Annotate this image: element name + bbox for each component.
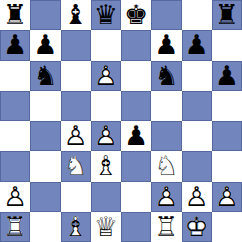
piece-outline: ♙ (94, 61, 118, 91)
piece-outline: ♔ (185, 212, 209, 242)
square-h1[interactable] (212, 212, 242, 242)
square-f6[interactable]: ♞ (151, 61, 181, 91)
piece-white-knight[interactable]: ♞♘ (64, 151, 88, 181)
square-a2[interactable]: ♟♙ (0, 182, 30, 212)
piece-white-queen[interactable]: ♛♕ (94, 212, 118, 242)
piece-black-pawn[interactable]: ♟ (215, 61, 239, 91)
square-c3[interactable]: ♞♘ (61, 151, 91, 181)
piece-outline: ♘ (64, 151, 88, 181)
square-d2[interactable] (91, 182, 121, 212)
square-d1[interactable]: ♛♕ (91, 212, 121, 242)
piece-outline: ♙ (215, 182, 239, 212)
square-h7[interactable] (212, 30, 242, 60)
square-e5[interactable] (121, 91, 151, 121)
square-d4[interactable]: ♟♙ (91, 121, 121, 151)
piece-outline: ♖ (3, 212, 27, 242)
square-g6[interactable] (182, 61, 212, 91)
square-f2[interactable]: ♟♙ (151, 182, 181, 212)
square-h5[interactable] (212, 91, 242, 121)
square-d7[interactable] (91, 30, 121, 60)
piece-black-bishop[interactable]: ♝ (64, 0, 88, 30)
square-f5[interactable] (151, 91, 181, 121)
square-f3[interactable]: ♞♘ (151, 151, 181, 181)
square-g8[interactable] (182, 0, 212, 30)
piece-white-pawn[interactable]: ♟♙ (64, 121, 88, 151)
square-h3[interactable] (212, 151, 242, 181)
square-e4[interactable]: ♟ (121, 121, 151, 151)
piece-outline: ♕ (94, 212, 118, 242)
square-e7[interactable] (121, 30, 151, 60)
piece-black-queen[interactable]: ♛ (94, 0, 118, 30)
square-f7[interactable]: ♟ (151, 30, 181, 60)
piece-black-pawn[interactable]: ♟ (3, 30, 27, 60)
piece-outline: ♙ (154, 182, 178, 212)
square-c8[interactable]: ♝ (61, 0, 91, 30)
square-c6[interactable] (61, 61, 91, 91)
square-h6[interactable]: ♟ (212, 61, 242, 91)
piece-black-pawn[interactable]: ♟ (154, 30, 178, 60)
piece-outline: ♙ (185, 182, 209, 212)
piece-white-rook[interactable]: ♜♖ (3, 212, 27, 242)
square-h4[interactable] (212, 121, 242, 151)
square-b1[interactable] (30, 212, 60, 242)
square-b4[interactable] (30, 121, 60, 151)
square-e1[interactable] (121, 212, 151, 242)
piece-black-king[interactable]: ♚ (124, 0, 148, 30)
square-d3[interactable]: ♝♗ (91, 151, 121, 181)
square-g2[interactable]: ♟♙ (182, 182, 212, 212)
piece-outline: ♘ (154, 151, 178, 181)
square-a4[interactable] (0, 121, 30, 151)
piece-outline: ♙ (64, 121, 88, 151)
square-a7[interactable]: ♟ (0, 30, 30, 60)
piece-white-king[interactable]: ♚♔ (185, 212, 209, 242)
piece-white-pawn[interactable]: ♟♙ (3, 182, 27, 212)
square-g4[interactable] (182, 121, 212, 151)
piece-outline: ♗ (94, 151, 118, 181)
piece-white-pawn[interactable]: ♟♙ (215, 182, 239, 212)
piece-black-pawn[interactable]: ♟ (33, 30, 57, 60)
square-e6[interactable] (121, 61, 151, 91)
square-c4[interactable]: ♟♙ (61, 121, 91, 151)
square-g7[interactable]: ♟ (182, 30, 212, 60)
square-c5[interactable] (61, 91, 91, 121)
square-f8[interactable] (151, 0, 181, 30)
square-d5[interactable] (91, 91, 121, 121)
piece-white-knight[interactable]: ♞♘ (154, 151, 178, 181)
square-f4[interactable] (151, 121, 181, 151)
square-g3[interactable] (182, 151, 212, 181)
square-a1[interactable]: ♜♖ (0, 212, 30, 242)
square-e2[interactable] (121, 182, 151, 212)
piece-black-knight[interactable]: ♞ (33, 61, 57, 91)
piece-white-pawn[interactable]: ♟♙ (185, 182, 209, 212)
piece-white-pawn[interactable]: ♟♙ (94, 121, 118, 151)
piece-outline: ♖ (154, 212, 178, 242)
square-g1[interactable]: ♚♔ (182, 212, 212, 242)
square-b6[interactable]: ♞ (30, 61, 60, 91)
square-b8[interactable] (30, 0, 60, 30)
piece-black-pawn[interactable]: ♟ (124, 121, 148, 151)
piece-black-rook[interactable]: ♜ (215, 0, 239, 30)
square-e8[interactable]: ♚ (121, 0, 151, 30)
piece-black-knight[interactable]: ♞ (154, 61, 178, 91)
square-b5[interactable] (30, 91, 60, 121)
square-a6[interactable] (0, 61, 30, 91)
piece-white-pawn[interactable]: ♟♙ (154, 182, 178, 212)
piece-white-rook[interactable]: ♜♖ (154, 212, 178, 242)
square-a5[interactable] (0, 91, 30, 121)
piece-white-pawn[interactable]: ♟♙ (94, 61, 118, 91)
piece-white-bishop[interactable]: ♝♗ (64, 212, 88, 242)
chess-board: ♜♝♛♚♜♟♟♟♟♞♟♙♞♟♟♙♟♙♟♞♘♝♗♞♘♟♙♟♙♟♙♟♙♜♖♝♗♛♕♜… (0, 0, 242, 242)
square-e3[interactable] (121, 151, 151, 181)
square-b3[interactable] (30, 151, 60, 181)
piece-outline: ♙ (3, 182, 27, 212)
square-c7[interactable] (61, 30, 91, 60)
square-g5[interactable] (182, 91, 212, 121)
square-a8[interactable]: ♜ (0, 0, 30, 30)
square-h8[interactable]: ♜ (212, 0, 242, 30)
square-b2[interactable] (30, 182, 60, 212)
square-a3[interactable] (0, 151, 30, 181)
square-h2[interactable]: ♟♙ (212, 182, 242, 212)
square-c2[interactable] (61, 182, 91, 212)
square-d8[interactable]: ♛ (91, 0, 121, 30)
piece-black-pawn[interactable]: ♟ (185, 30, 209, 60)
piece-outline: ♙ (94, 121, 118, 151)
square-f1[interactable]: ♜♖ (151, 212, 181, 242)
square-d6[interactable]: ♟♙ (91, 61, 121, 91)
square-b7[interactable]: ♟ (30, 30, 60, 60)
square-c1[interactable]: ♝♗ (61, 212, 91, 242)
piece-black-rook[interactable]: ♜ (3, 0, 27, 30)
piece-white-bishop[interactable]: ♝♗ (94, 151, 118, 181)
piece-outline: ♗ (64, 212, 88, 242)
